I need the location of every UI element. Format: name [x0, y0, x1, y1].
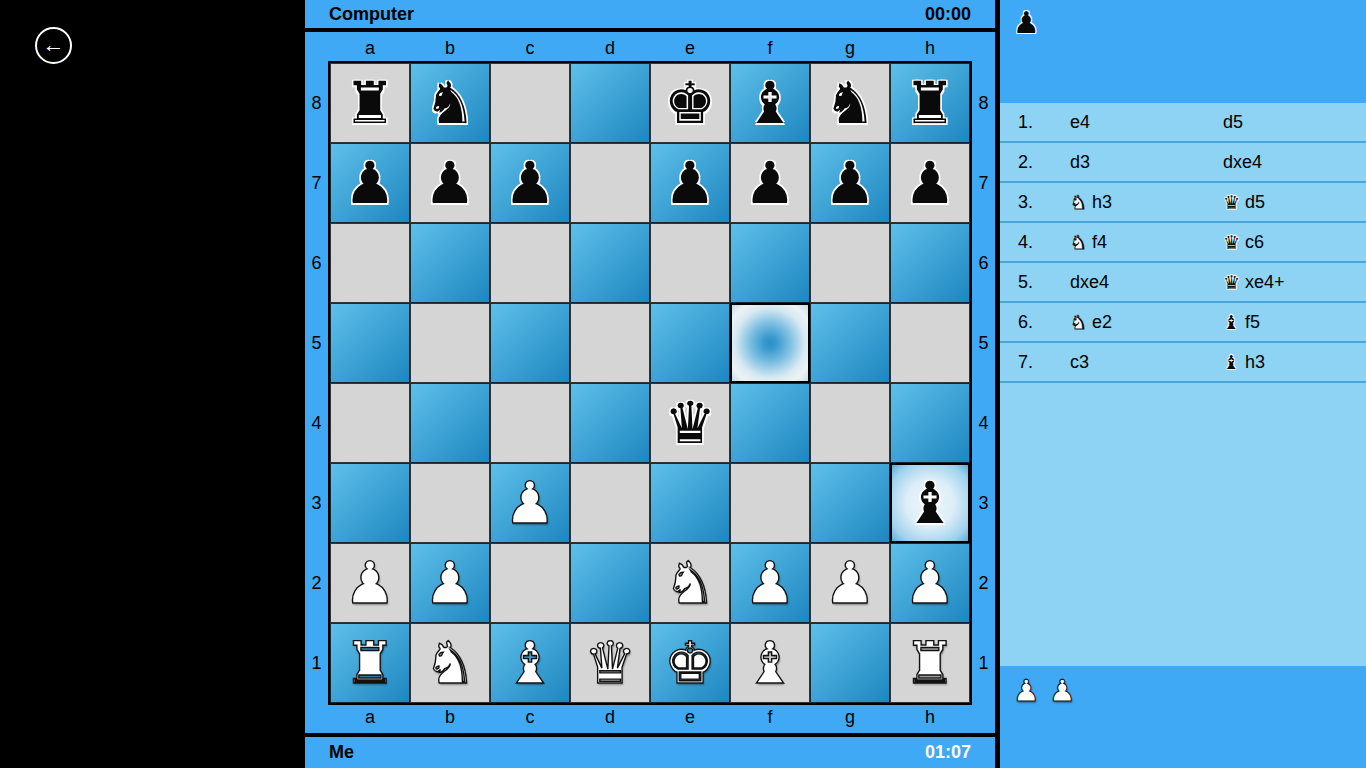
move-number: 6. — [1018, 312, 1070, 333]
square-h5[interactable] — [890, 303, 970, 383]
square-c7[interactable]: ♟ — [490, 143, 570, 223]
rank-label-4: 4 — [972, 383, 995, 463]
square-c3[interactable]: ♟ — [490, 463, 570, 543]
move-number: 3. — [1018, 192, 1070, 213]
square-e5[interactable] — [650, 303, 730, 383]
white-pawn-icon: ♟ — [904, 554, 956, 612]
square-h1[interactable]: ♜ — [890, 623, 970, 703]
square-h6[interactable] — [890, 223, 970, 303]
black-move: ♛xe4+ — [1223, 272, 1366, 293]
black-bishop-icon: ♝ — [904, 474, 956, 532]
move-text: e4 — [1070, 112, 1090, 133]
black-queen-icon: ♛ — [664, 394, 716, 452]
file-label-d: d — [570, 36, 650, 61]
square-g8[interactable]: ♞ — [810, 63, 890, 143]
square-g6[interactable] — [810, 223, 890, 303]
white-pawn-icon: ♟ — [824, 554, 876, 612]
white-move: e4 — [1070, 112, 1223, 133]
rank-label-5: 5 — [972, 303, 995, 383]
rank-label-4: 4 — [305, 383, 328, 463]
square-h4[interactable] — [890, 383, 970, 463]
opponent-bar: Computer 00:00 — [305, 0, 995, 32]
black-pawn-icon: ♟ — [1013, 8, 1040, 38]
white-pawn-icon: ♟ — [1013, 676, 1040, 706]
square-h2[interactable]: ♟ — [890, 543, 970, 623]
square-h3[interactable]: ♝ — [890, 463, 970, 543]
black-knight-icon: ♞ — [824, 74, 876, 132]
file-label-b: b — [410, 705, 490, 730]
square-d6[interactable] — [570, 223, 650, 303]
white-knight-icon: ♞ — [1070, 233, 1087, 252]
square-f6[interactable] — [730, 223, 810, 303]
black-bishop-icon: ♝ — [1223, 353, 1240, 372]
file-label-f: f — [730, 36, 810, 61]
square-f5[interactable] — [730, 303, 810, 383]
white-move: c3 — [1070, 352, 1223, 373]
square-h7[interactable]: ♟ — [890, 143, 970, 223]
move-row-7: 7.c3♝h3 — [1000, 343, 1366, 383]
black-rook-icon: ♜ — [904, 74, 956, 132]
white-pawn-icon: ♟ — [424, 554, 476, 612]
square-a3[interactable] — [330, 463, 410, 543]
rank-label-6: 6 — [972, 223, 995, 303]
square-e2[interactable]: ♞ — [650, 543, 730, 623]
move-text: c3 — [1070, 352, 1089, 373]
black-queen-icon: ♛ — [1223, 273, 1240, 292]
move-number: 2. — [1018, 152, 1070, 173]
black-pawn-icon: ♟ — [344, 154, 396, 212]
app-window: ← Computer 00:00 abcdefgh 87654321 ♜♞♚♝♞… — [0, 0, 1366, 768]
square-g4[interactable] — [810, 383, 890, 463]
file-label-f: f — [730, 705, 810, 730]
move-row-4: 4.♞f4♛c6 — [1000, 223, 1366, 263]
black-king-icon: ♚ — [664, 74, 716, 132]
square-c6[interactable] — [490, 223, 570, 303]
rank-label-7: 7 — [972, 143, 995, 223]
square-f3[interactable] — [730, 463, 810, 543]
square-f2[interactable]: ♟ — [730, 543, 810, 623]
white-pawn-icon: ♟ — [344, 554, 396, 612]
move-row-6: 6.♞e2♝f5 — [1000, 303, 1366, 343]
black-move: ♝h3 — [1223, 352, 1366, 373]
move-text: d5 — [1223, 112, 1243, 133]
black-queen-icon: ♛ — [1223, 193, 1240, 212]
white-king-icon: ♚ — [664, 634, 716, 692]
black-queen-icon: ♛ — [1223, 233, 1240, 252]
back-arrow-icon: ← — [43, 34, 65, 56]
back-button[interactable]: ← — [35, 27, 72, 64]
captured-by-me-tray: ♟ — [1000, 0, 1366, 103]
player-clock: 01:07 — [925, 742, 971, 763]
move-text: h3 — [1245, 352, 1265, 373]
file-label-h: h — [890, 36, 970, 61]
rank-label-3: 3 — [972, 463, 995, 543]
square-g1[interactable] — [810, 623, 890, 703]
file-label-a: a — [330, 36, 410, 61]
white-queen-icon: ♛ — [584, 634, 636, 692]
rank-label-2: 2 — [972, 543, 995, 623]
move-row-1: 1.e4d5 — [1000, 103, 1366, 143]
move-text: d3 — [1070, 152, 1090, 173]
move-text: dxe4 — [1223, 152, 1262, 173]
black-pawn-icon: ♟ — [504, 154, 556, 212]
file-label-e: e — [650, 705, 730, 730]
square-b2[interactable]: ♟ — [410, 543, 490, 623]
square-b5[interactable] — [410, 303, 490, 383]
white-pawn-icon: ♟ — [744, 554, 796, 612]
square-f8[interactable]: ♝ — [730, 63, 810, 143]
square-a2[interactable]: ♟ — [330, 543, 410, 623]
square-d2[interactable] — [570, 543, 650, 623]
black-move: d5 — [1223, 112, 1366, 133]
black-rook-icon: ♜ — [344, 74, 396, 132]
square-e1[interactable]: ♚ — [650, 623, 730, 703]
square-c5[interactable] — [490, 303, 570, 383]
square-e7[interactable]: ♟ — [650, 143, 730, 223]
rank-label-1: 1 — [972, 623, 995, 703]
square-c2[interactable] — [490, 543, 570, 623]
black-move: ♛d5 — [1223, 192, 1366, 213]
move-list: 1.e4d52.d3dxe43.♞h3♛d54.♞f4♛c65.dxe4♛xe4… — [1000, 103, 1366, 666]
move-number: 7. — [1018, 352, 1070, 373]
game-info-panel: ♟ 1.e4d52.d3dxe43.♞h3♛d54.♞f4♛c65.dxe4♛x… — [1000, 0, 1366, 768]
chess-board: ♜♞♚♝♞♜♟♟♟♟♟♟♟♛♟♝♟♟♞♟♟♟♜♞♝♛♚♝♜ — [328, 61, 972, 705]
rank-label-1: 1 — [305, 623, 328, 703]
rank-labels-right: 87654321 — [972, 63, 995, 703]
black-move: ♛c6 — [1223, 232, 1366, 253]
file-labels-bottom: abcdefgh — [330, 705, 970, 730]
white-bishop-icon: ♝ — [744, 634, 796, 692]
square-g2[interactable]: ♟ — [810, 543, 890, 623]
white-pawn-icon: ♟ — [1049, 676, 1076, 706]
white-move: ♞e2 — [1070, 312, 1223, 333]
white-pawn-icon: ♟ — [504, 474, 556, 532]
file-label-b: b — [410, 36, 490, 61]
move-text: c6 — [1245, 232, 1264, 253]
file-label-c: c — [490, 36, 570, 61]
square-f4[interactable] — [730, 383, 810, 463]
opponent-name: Computer — [329, 4, 414, 25]
black-bishop-icon: ♝ — [744, 74, 796, 132]
square-a5[interactable] — [330, 303, 410, 383]
board-column: Computer 00:00 abcdefgh 87654321 ♜♞♚♝♞♜♟… — [305, 0, 995, 768]
move-row-3: 3.♞h3♛d5 — [1000, 183, 1366, 223]
black-pawn-icon: ♟ — [824, 154, 876, 212]
opponent-clock: 00:00 — [925, 4, 971, 25]
white-knight-icon: ♞ — [664, 554, 716, 612]
black-knight-icon: ♞ — [424, 74, 476, 132]
square-e4[interactable]: ♛ — [650, 383, 730, 463]
white-bishop-icon: ♝ — [504, 634, 556, 692]
square-d7[interactable] — [570, 143, 650, 223]
square-d3[interactable] — [570, 463, 650, 543]
rank-label-2: 2 — [305, 543, 328, 623]
square-g3[interactable] — [810, 463, 890, 543]
white-rook-icon: ♜ — [904, 634, 956, 692]
move-text: e2 — [1092, 312, 1112, 333]
white-knight-icon: ♞ — [1070, 193, 1087, 212]
move-number: 5. — [1018, 272, 1070, 293]
black-pawn-icon: ♟ — [664, 154, 716, 212]
move-number: 1. — [1018, 112, 1070, 133]
square-b8[interactable]: ♞ — [410, 63, 490, 143]
file-label-g: g — [810, 36, 890, 61]
move-text: f5 — [1245, 312, 1260, 333]
white-move: dxe4 — [1070, 272, 1223, 293]
square-c4[interactable] — [490, 383, 570, 463]
square-a6[interactable] — [330, 223, 410, 303]
square-d4[interactable] — [570, 383, 650, 463]
square-g7[interactable]: ♟ — [810, 143, 890, 223]
square-f7[interactable]: ♟ — [730, 143, 810, 223]
file-label-d: d — [570, 705, 650, 730]
rank-labels-left: 87654321 — [305, 63, 328, 703]
player-name: Me — [329, 742, 354, 763]
move-text: f4 — [1092, 232, 1107, 253]
move-number: 4. — [1018, 232, 1070, 253]
white-move: ♞h3 — [1070, 192, 1223, 213]
file-label-e: e — [650, 36, 730, 61]
black-pawn-icon: ♟ — [424, 154, 476, 212]
move-text: h3 — [1092, 192, 1112, 213]
square-e3[interactable] — [650, 463, 730, 543]
rank-label-3: 3 — [305, 463, 328, 543]
square-b3[interactable] — [410, 463, 490, 543]
square-e8[interactable]: ♚ — [650, 63, 730, 143]
square-b6[interactable] — [410, 223, 490, 303]
player-bar: Me 01:07 — [305, 733, 995, 768]
black-move: ♝f5 — [1223, 312, 1366, 333]
rank-label-6: 6 — [305, 223, 328, 303]
white-knight-icon: ♞ — [1070, 313, 1087, 332]
file-label-g: g — [810, 705, 890, 730]
white-move: ♞f4 — [1070, 232, 1223, 253]
square-c8[interactable] — [490, 63, 570, 143]
square-b4[interactable] — [410, 383, 490, 463]
rank-label-8: 8 — [972, 63, 995, 143]
move-text: xe4+ — [1245, 272, 1285, 293]
square-e6[interactable] — [650, 223, 730, 303]
black-pawn-icon: ♟ — [904, 154, 956, 212]
square-d1[interactable]: ♛ — [570, 623, 650, 703]
square-f1[interactable]: ♝ — [730, 623, 810, 703]
square-b1[interactable]: ♞ — [410, 623, 490, 703]
file-label-a: a — [330, 705, 410, 730]
square-a8[interactable]: ♜ — [330, 63, 410, 143]
rank-label-7: 7 — [305, 143, 328, 223]
white-rook-icon: ♜ — [344, 634, 396, 692]
square-h8[interactable]: ♜ — [890, 63, 970, 143]
move-row-2: 2.d3dxe4 — [1000, 143, 1366, 183]
black-move: dxe4 — [1223, 152, 1366, 173]
rank-label-5: 5 — [305, 303, 328, 383]
black-bishop-icon: ♝ — [1223, 313, 1240, 332]
square-d8[interactable] — [570, 63, 650, 143]
captured-by-computer-tray: ♟♟ — [1000, 666, 1366, 768]
white-move: d3 — [1070, 152, 1223, 173]
square-d5[interactable] — [570, 303, 650, 383]
move-text: dxe4 — [1070, 272, 1109, 293]
file-label-h: h — [890, 705, 970, 730]
square-g5[interactable] — [810, 303, 890, 383]
white-knight-icon: ♞ — [424, 634, 476, 692]
move-text: d5 — [1245, 192, 1265, 213]
square-c1[interactable]: ♝ — [490, 623, 570, 703]
black-pawn-icon: ♟ — [744, 154, 796, 212]
square-a7[interactable]: ♟ — [330, 143, 410, 223]
square-a1[interactable]: ♜ — [330, 623, 410, 703]
move-row-5: 5.dxe4♛xe4+ — [1000, 263, 1366, 303]
rank-label-8: 8 — [305, 63, 328, 143]
file-label-c: c — [490, 705, 570, 730]
square-b7[interactable]: ♟ — [410, 143, 490, 223]
square-a4[interactable] — [330, 383, 410, 463]
file-labels-top: abcdefgh — [330, 36, 970, 61]
